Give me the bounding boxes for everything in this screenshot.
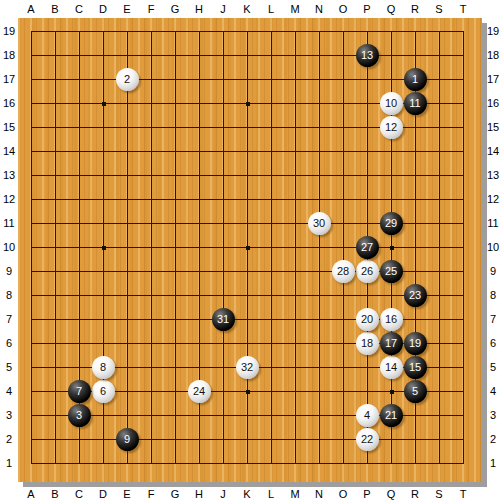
- coord-label-right-5: 5: [484, 360, 500, 374]
- coord-label-left-6: 6: [0, 336, 18, 350]
- coord-label-top-l: L: [262, 2, 280, 16]
- stone-white-6: 6: [92, 380, 115, 403]
- coord-label-top-r: R: [406, 2, 424, 16]
- stone-move-number: 25: [385, 260, 397, 283]
- stone-move-number: 16: [385, 308, 397, 331]
- coord-label-bottom-f: F: [142, 487, 160, 500]
- stone-move-number: 1: [412, 68, 418, 91]
- coord-label-bottom-o: O: [334, 487, 352, 500]
- go-board[interactable]: 1234567891011121314151617181920212223242…: [18, 18, 482, 482]
- stone-black-13: 13: [356, 44, 379, 67]
- stone-white-30: 30: [308, 212, 331, 235]
- coord-label-left-14: 14: [0, 144, 18, 158]
- stone-white-28: 28: [332, 260, 355, 283]
- stone-move-number: 21: [385, 404, 397, 427]
- stone-black-21: 21: [380, 404, 403, 427]
- coord-label-left-2: 2: [0, 432, 18, 446]
- coord-label-left-12: 12: [0, 192, 18, 206]
- coord-label-bottom-p: P: [358, 487, 376, 500]
- stone-black-17: 17: [380, 332, 403, 355]
- stone-black-3: 3: [68, 404, 91, 427]
- stone-move-number: 17: [385, 332, 397, 355]
- coord-label-top-h: H: [190, 2, 208, 16]
- stone-black-25: 25: [380, 260, 403, 283]
- coord-label-right-7: 7: [484, 312, 500, 326]
- coord-label-right-12: 12: [484, 192, 500, 206]
- star-point-k4: [246, 390, 250, 394]
- star-point-q10: [390, 246, 394, 250]
- coord-label-bottom-h: H: [190, 487, 208, 500]
- stone-black-1: 1: [404, 68, 427, 91]
- coord-label-top-b: B: [46, 2, 64, 16]
- coord-label-left-9: 9: [0, 264, 18, 278]
- coord-label-right-16: 16: [484, 96, 500, 110]
- coord-label-left-3: 3: [0, 408, 18, 422]
- stone-move-number: 15: [409, 356, 421, 379]
- coord-label-bottom-j: J: [214, 487, 232, 500]
- stone-black-15: 15: [404, 356, 427, 379]
- stone-black-11: 11: [404, 92, 427, 115]
- stone-move-number: 18: [361, 332, 373, 355]
- coord-label-left-4: 4: [0, 384, 18, 398]
- coord-label-top-j: J: [214, 2, 232, 16]
- coord-label-left-13: 13: [0, 168, 18, 182]
- stone-move-number: 3: [76, 404, 82, 427]
- coord-label-left-8: 8: [0, 288, 18, 302]
- stone-move-number: 20: [361, 308, 373, 331]
- coord-label-top-a: A: [22, 2, 40, 16]
- stone-white-16: 16: [380, 308, 403, 331]
- stone-move-number: 5: [412, 380, 418, 403]
- coord-label-bottom-n: N: [310, 487, 328, 500]
- stone-move-number: 28: [337, 260, 349, 283]
- stone-black-29: 29: [380, 212, 403, 235]
- coord-label-top-p: P: [358, 2, 376, 16]
- coord-label-bottom-k: K: [238, 487, 256, 500]
- stone-white-20: 20: [356, 308, 379, 331]
- stone-white-8: 8: [92, 356, 115, 379]
- stone-move-number: 29: [385, 212, 397, 235]
- coord-label-right-3: 3: [484, 408, 500, 422]
- coord-label-bottom-m: M: [286, 487, 304, 500]
- stone-move-number: 9: [124, 428, 130, 451]
- stone-black-19: 19: [404, 332, 427, 355]
- coord-label-top-s: S: [430, 2, 448, 16]
- stone-white-32: 32: [236, 356, 259, 379]
- stone-move-number: 12: [385, 116, 397, 139]
- coord-label-top-g: G: [166, 2, 184, 16]
- coord-label-right-9: 9: [484, 264, 500, 278]
- stone-move-number: 11: [409, 92, 420, 115]
- coord-label-left-18: 18: [0, 48, 18, 62]
- coord-label-right-8: 8: [484, 288, 500, 302]
- coord-label-right-2: 2: [484, 432, 500, 446]
- stone-black-27: 27: [356, 236, 379, 259]
- coord-label-left-7: 7: [0, 312, 18, 326]
- stone-move-number: 22: [361, 428, 373, 451]
- coord-label-bottom-r: R: [406, 487, 424, 500]
- coord-label-right-11: 11: [484, 216, 500, 230]
- coord-label-left-15: 15: [0, 120, 18, 134]
- coord-label-top-f: F: [142, 2, 160, 16]
- stone-move-number: 8: [100, 356, 106, 379]
- stone-move-number: 26: [361, 260, 373, 283]
- coord-label-right-17: 17: [484, 72, 500, 86]
- stone-move-number: 2: [124, 68, 130, 91]
- stone-white-4: 4: [356, 404, 379, 427]
- stone-white-24: 24: [188, 380, 211, 403]
- stone-white-10: 10: [380, 92, 403, 115]
- star-point-d16: [102, 102, 106, 106]
- stone-move-number: 30: [313, 212, 325, 235]
- stone-move-number: 27: [361, 236, 373, 259]
- coord-label-bottom-l: L: [262, 487, 280, 500]
- stone-move-number: 10: [385, 92, 397, 115]
- coord-label-left-5: 5: [0, 360, 18, 374]
- coord-label-left-11: 11: [0, 216, 18, 230]
- coord-label-bottom-a: A: [22, 487, 40, 500]
- coord-label-top-c: C: [70, 2, 88, 16]
- coord-label-top-d: D: [94, 2, 112, 16]
- coord-label-top-m: M: [286, 2, 304, 16]
- coord-label-bottom-c: C: [70, 487, 88, 500]
- stone-move-number: 13: [361, 44, 373, 67]
- coord-label-top-q: Q: [382, 2, 400, 16]
- coord-label-right-1: 1: [484, 456, 500, 470]
- coord-label-left-1: 1: [0, 456, 18, 470]
- coord-label-right-19: 19: [484, 24, 500, 38]
- coord-label-right-6: 6: [484, 336, 500, 350]
- coord-label-right-18: 18: [484, 48, 500, 62]
- coord-label-bottom-g: G: [166, 487, 184, 500]
- coord-label-left-17: 17: [0, 72, 18, 86]
- stone-move-number: 23: [409, 284, 421, 307]
- coord-label-left-16: 16: [0, 96, 18, 110]
- coord-label-right-10: 10: [484, 240, 500, 254]
- coord-label-right-14: 14: [484, 144, 500, 158]
- stone-black-23: 23: [404, 284, 427, 307]
- stone-white-14: 14: [380, 356, 403, 379]
- coord-label-bottom-t: T: [454, 487, 472, 500]
- stone-move-number: 7: [76, 380, 82, 403]
- stone-move-number: 19: [409, 332, 421, 355]
- stone-move-number: 14: [385, 356, 397, 379]
- stone-white-2: 2: [116, 68, 139, 91]
- coord-label-right-15: 15: [484, 120, 500, 134]
- stone-white-18: 18: [356, 332, 379, 355]
- stone-black-5: 5: [404, 380, 427, 403]
- coord-label-left-10: 10: [0, 240, 18, 254]
- stone-black-7: 7: [68, 380, 91, 403]
- star-point-k16: [246, 102, 250, 106]
- coord-label-bottom-d: D: [94, 487, 112, 500]
- stone-move-number: 24: [193, 380, 205, 403]
- coord-label-bottom-b: B: [46, 487, 64, 500]
- star-point-k10: [246, 246, 250, 250]
- coord-label-top-t: T: [454, 2, 472, 16]
- stone-move-number: 6: [100, 380, 106, 403]
- coord-label-bottom-e: E: [118, 487, 136, 500]
- stone-white-26: 26: [356, 260, 379, 283]
- coord-label-top-k: K: [238, 2, 256, 16]
- coord-label-left-19: 19: [0, 24, 18, 38]
- stone-move-number: 4: [364, 404, 370, 427]
- coord-label-bottom-q: Q: [382, 487, 400, 500]
- stone-move-number: 32: [241, 356, 253, 379]
- coord-label-top-e: E: [118, 2, 136, 16]
- star-point-q4: [390, 390, 394, 394]
- stone-white-12: 12: [380, 116, 403, 139]
- coord-label-bottom-s: S: [430, 487, 448, 500]
- stone-white-22: 22: [356, 428, 379, 451]
- stone-black-31: 31: [212, 308, 235, 331]
- go-kifu-diagram: 1234567891011121314151617181920212223242…: [0, 0, 500, 500]
- coord-label-top-n: N: [310, 2, 328, 16]
- coord-label-right-4: 4: [484, 384, 500, 398]
- stone-move-number: 31: [217, 308, 229, 331]
- star-point-d10: [102, 246, 106, 250]
- stone-black-9: 9: [116, 428, 139, 451]
- coord-label-top-o: O: [334, 2, 352, 16]
- coord-label-right-13: 13: [484, 168, 500, 182]
